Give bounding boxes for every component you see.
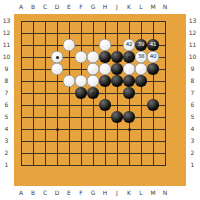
intersection-D8[interactable]: [51, 75, 63, 87]
move-number-38: 38: [138, 54, 145, 60]
intersection-D9[interactable]: [51, 63, 63, 75]
white-stone-E8: [63, 75, 74, 86]
coord-label-bottom-D: D: [51, 187, 63, 199]
intersection-L8[interactable]: [135, 75, 147, 87]
intersection-J2[interactable]: [111, 147, 123, 159]
intersection-B10[interactable]: [27, 51, 39, 63]
coord-label-top-N: N: [159, 1, 171, 13]
intersection-D7[interactable]: [51, 87, 63, 99]
intersection-L5[interactable]: [135, 111, 147, 123]
coord-label-top-J: J: [111, 1, 123, 13]
intersection-A3[interactable]: [15, 135, 27, 147]
intersection-N5[interactable]: [159, 111, 171, 123]
intersection-E12[interactable]: [63, 27, 75, 39]
intersection-N4[interactable]: [159, 123, 171, 135]
intersection-K9[interactable]: [123, 63, 135, 75]
white-stone-H11: [99, 39, 110, 50]
intersection-A11[interactable]: [15, 39, 27, 51]
intersection-B2[interactable]: [27, 147, 39, 159]
coord-label-bottom-C: C: [39, 187, 51, 199]
star-point-D4: [56, 128, 59, 131]
coord-label-left-8: 8: [0, 75, 13, 87]
intersection-E1[interactable]: [63, 159, 75, 171]
intersection-E6[interactable]: [63, 99, 75, 111]
intersection-G2[interactable]: [87, 147, 99, 159]
intersection-D3[interactable]: [51, 135, 63, 147]
intersection-G10[interactable]: [87, 51, 99, 63]
intersection-B11[interactable]: [27, 39, 39, 51]
intersection-J12[interactable]: [111, 27, 123, 39]
white-stone-K9: [123, 63, 134, 74]
intersection-N13[interactable]: [159, 15, 171, 27]
intersection-B4[interactable]: [27, 123, 39, 135]
intersection-B8[interactable]: [27, 75, 39, 87]
coord-label-bottom-N: N: [159, 187, 171, 199]
intersection-D11[interactable]: [51, 39, 63, 51]
coord-label-bottom-J: J: [111, 187, 123, 199]
coord-label-right-3: 3: [186, 135, 199, 147]
intersection-L4[interactable]: [135, 123, 147, 135]
intersection-L7[interactable]: [135, 87, 147, 99]
intersection-B12[interactable]: [27, 27, 39, 39]
intersection-G5[interactable]: [87, 111, 99, 123]
intersection-G1[interactable]: [87, 159, 99, 171]
intersection-C10[interactable]: [39, 51, 51, 63]
intersection-N9[interactable]: [159, 63, 171, 75]
intersection-E7[interactable]: [63, 87, 75, 99]
intersection-K13[interactable]: [123, 15, 135, 27]
intersection-C4[interactable]: [39, 123, 51, 135]
intersection-K12[interactable]: [123, 27, 135, 39]
intersection-K8[interactable]: [123, 75, 135, 87]
intersection-N1[interactable]: [159, 159, 171, 171]
intersection-C7[interactable]: [39, 87, 51, 99]
intersection-D2[interactable]: [51, 147, 63, 159]
coord-label-top-H: H: [99, 1, 111, 13]
intersection-G11[interactable]: [87, 39, 99, 51]
intersection-H1[interactable]: [99, 159, 111, 171]
intersection-M11[interactable]: 41: [147, 39, 159, 51]
intersection-C5[interactable]: [39, 111, 51, 123]
intersection-J4[interactable]: [111, 123, 123, 135]
intersection-K6[interactable]: [123, 99, 135, 111]
go-board: 4239413840: [14, 14, 186, 186]
intersection-A7[interactable]: [15, 87, 27, 99]
intersection-H7[interactable]: [99, 87, 111, 99]
intersection-K1[interactable]: [123, 159, 135, 171]
intersection-F7[interactable]: [75, 87, 87, 99]
intersection-F10[interactable]: [75, 51, 87, 63]
intersection-N3[interactable]: [159, 135, 171, 147]
intersection-L2[interactable]: [135, 147, 147, 159]
black-stone-J9: [111, 63, 122, 74]
intersection-M5[interactable]: [147, 111, 159, 123]
intersection-K2[interactable]: [123, 147, 135, 159]
intersection-L12[interactable]: [135, 27, 147, 39]
intersection-F13[interactable]: [75, 15, 87, 27]
white-stone-F10: [75, 51, 86, 62]
black-stone-K5: [123, 111, 134, 122]
coord-label-bottom-H: H: [99, 187, 111, 199]
intersection-N10[interactable]: [159, 51, 171, 63]
intersection-H13[interactable]: [99, 15, 111, 27]
intersection-F1[interactable]: [75, 159, 87, 171]
black-stone-M11: 41: [147, 39, 158, 50]
intersection-G12[interactable]: [87, 27, 99, 39]
intersection-H6[interactable]: [99, 99, 111, 111]
intersection-K7[interactable]: [123, 87, 135, 99]
intersection-J11[interactable]: [111, 39, 123, 51]
intersection-C11[interactable]: [39, 39, 51, 51]
coord-label-left-12: 12: [0, 27, 13, 39]
intersection-E5[interactable]: [63, 111, 75, 123]
coord-label-top-K: K: [123, 1, 135, 13]
intersection-C1[interactable]: [39, 159, 51, 171]
star-point-K4: [128, 128, 131, 131]
coord-label-top-L: L: [135, 1, 147, 13]
coord-label-right-4: 4: [186, 123, 199, 135]
intersection-J7[interactable]: [111, 87, 123, 99]
coord-label-top-D: D: [51, 1, 63, 13]
intersection-M7[interactable]: [147, 87, 159, 99]
intersection-D1[interactable]: [51, 159, 63, 171]
coord-label-left-5: 5: [0, 111, 13, 123]
intersection-A8[interactable]: [15, 75, 27, 87]
intersection-F6[interactable]: [75, 99, 87, 111]
intersection-C9[interactable]: [39, 63, 51, 75]
white-stone-H9: [99, 63, 110, 74]
intersection-E3[interactable]: [63, 135, 75, 147]
intersection-E10[interactable]: [63, 51, 75, 63]
intersection-M3[interactable]: [147, 135, 159, 147]
intersection-M4[interactable]: [147, 123, 159, 135]
intersection-E8[interactable]: [63, 75, 75, 87]
intersection-K5[interactable]: [123, 111, 135, 123]
intersection-H5[interactable]: [99, 111, 111, 123]
intersection-J13[interactable]: [111, 15, 123, 27]
coord-label-right-11: 11: [186, 39, 199, 51]
intersection-G8[interactable]: [87, 75, 99, 87]
intersection-M1[interactable]: [147, 159, 159, 171]
coord-label-right-8: 8: [186, 75, 199, 87]
black-stone-L11: 39: [135, 39, 146, 50]
move-number-39: 39: [138, 42, 145, 48]
coord-label-right-13: 13: [186, 15, 199, 27]
white-stone-G8: [87, 75, 98, 86]
intersection-N11[interactable]: [159, 39, 171, 51]
white-stone-D9: [51, 63, 62, 74]
intersection-F12[interactable]: [75, 27, 87, 39]
intersection-A1[interactable]: [15, 159, 27, 171]
white-stone-E11: [63, 39, 74, 50]
black-stone-K7: [123, 87, 134, 98]
move-number-42: 42: [126, 42, 133, 48]
intersection-N7[interactable]: [159, 87, 171, 99]
intersection-M12[interactable]: [147, 27, 159, 39]
intersection-F11[interactable]: [75, 39, 87, 51]
intersection-B9[interactable]: [27, 63, 39, 75]
intersection-J3[interactable]: [111, 135, 123, 147]
black-stone-K8: [123, 75, 134, 86]
intersection-J9[interactable]: [111, 63, 123, 75]
intersection-L11[interactable]: 39: [135, 39, 147, 51]
intersection-C8[interactable]: [39, 75, 51, 87]
intersection-N6[interactable]: [159, 99, 171, 111]
coord-label-right-1: 1: [186, 159, 199, 171]
intersection-N8[interactable]: [159, 75, 171, 87]
black-stone-H6: [99, 99, 110, 110]
coord-label-right-6: 6: [186, 99, 199, 111]
intersection-H8[interactable]: [99, 75, 111, 87]
intersection-C3[interactable]: [39, 135, 51, 147]
star-point-G7: [92, 92, 95, 95]
coord-label-left-6: 6: [0, 99, 13, 111]
intersection-L1[interactable]: [135, 159, 147, 171]
black-stone-J5: [111, 111, 122, 122]
intersection-F3[interactable]: [75, 135, 87, 147]
intersection-G3[interactable]: [87, 135, 99, 147]
intersection-M8[interactable]: [147, 75, 159, 87]
intersection-H10[interactable]: [99, 51, 111, 63]
coord-label-left-11: 11: [0, 39, 13, 51]
intersection-L13[interactable]: [135, 15, 147, 27]
intersection-J5[interactable]: [111, 111, 123, 123]
coord-label-top-G: G: [87, 1, 99, 13]
intersection-E11[interactable]: [63, 39, 75, 51]
coord-label-left-13: 13: [0, 15, 13, 27]
coord-label-bottom-E: E: [63, 187, 75, 199]
intersection-H4[interactable]: [99, 123, 111, 135]
coord-label-bottom-L: L: [135, 187, 147, 199]
intersection-G4[interactable]: [87, 123, 99, 135]
intersection-K11[interactable]: 42: [123, 39, 135, 51]
coord-label-right-7: 7: [186, 87, 199, 99]
intersection-M6[interactable]: [147, 99, 159, 111]
coord-label-right-10: 10: [186, 51, 199, 63]
coord-label-left-2: 2: [0, 147, 13, 159]
coord-label-bottom-F: F: [75, 187, 87, 199]
move-number-40: 40: [150, 54, 157, 60]
black-stone-H8: [99, 75, 110, 86]
coord-label-right-2: 2: [186, 147, 199, 159]
white-stone-F8: [75, 75, 86, 86]
intersection-M13[interactable]: [147, 15, 159, 27]
intersection-L9[interactable]: [135, 63, 147, 75]
intersection-A2[interactable]: [15, 147, 27, 159]
intersection-J10[interactable]: [111, 51, 123, 63]
intersection-M2[interactable]: [147, 147, 159, 159]
coord-label-left-1: 1: [0, 159, 13, 171]
intersection-L3[interactable]: [135, 135, 147, 147]
coord-label-bottom-K: K: [123, 187, 135, 199]
white-stone-L10: 38: [135, 51, 146, 62]
intersection-C2[interactable]: [39, 147, 51, 159]
coord-label-top-B: B: [27, 1, 39, 13]
intersection-H3[interactable]: [99, 135, 111, 147]
intersection-C6[interactable]: [39, 99, 51, 111]
intersection-J1[interactable]: [111, 159, 123, 171]
intersection-F9[interactable]: [75, 63, 87, 75]
black-stone-J10: [111, 51, 122, 62]
intersection-J6[interactable]: [111, 99, 123, 111]
intersection-A13[interactable]: [15, 15, 27, 27]
intersection-H9[interactable]: [99, 63, 111, 75]
intersection-C13[interactable]: [39, 15, 51, 27]
intersection-A12[interactable]: [15, 27, 27, 39]
intersection-M10[interactable]: 40: [147, 51, 159, 63]
intersection-E9[interactable]: [63, 63, 75, 75]
intersection-B3[interactable]: [27, 135, 39, 147]
black-stone-J8: [111, 75, 122, 86]
intersection-A10[interactable]: [15, 51, 27, 63]
intersection-K3[interactable]: [123, 135, 135, 147]
intersection-B1[interactable]: [27, 159, 39, 171]
intersection-F2[interactable]: [75, 147, 87, 159]
white-stone-M10: 40: [147, 51, 158, 62]
coord-label-left-9: 9: [0, 63, 13, 75]
intersection-H11[interactable]: [99, 39, 111, 51]
intersection-D13[interactable]: [51, 15, 63, 27]
coord-label-right-12: 12: [186, 27, 199, 39]
intersection-N2[interactable]: [159, 147, 171, 159]
coord-label-top-E: E: [63, 1, 75, 13]
intersection-E2[interactable]: [63, 147, 75, 159]
white-stone-L9: [135, 63, 146, 74]
black-stone-F7: [75, 87, 86, 98]
star-point-D10: [56, 56, 59, 59]
move-number-41: 41: [150, 42, 157, 48]
intersection-G6[interactable]: [87, 99, 99, 111]
black-stone-H10: [99, 51, 110, 62]
intersection-A6[interactable]: [15, 99, 27, 111]
intersection-A5[interactable]: [15, 111, 27, 123]
intersection-H12[interactable]: [99, 27, 111, 39]
coord-label-top-C: C: [39, 1, 51, 13]
coord-label-left-7: 7: [0, 87, 13, 99]
white-stone-G10: [87, 51, 98, 62]
intersection-B13[interactable]: [27, 15, 39, 27]
intersection-L6[interactable]: [135, 99, 147, 111]
intersection-G9[interactable]: [87, 63, 99, 75]
intersection-F8[interactable]: [75, 75, 87, 87]
coord-label-left-3: 3: [0, 135, 13, 147]
black-stone-M6: [147, 99, 158, 110]
intersection-D6[interactable]: [51, 99, 63, 111]
intersection-D12[interactable]: [51, 27, 63, 39]
coord-label-top-F: F: [75, 1, 87, 13]
coord-label-bottom-B: B: [27, 187, 39, 199]
star-point-K10: [128, 56, 131, 59]
intersection-A4[interactable]: [15, 123, 27, 135]
go-diagram: 4239413840 AABBCCDDEEFFGGHHJJKKLLMMNN131…: [0, 0, 200, 200]
black-stone-M9: [147, 63, 158, 74]
intersection-F5[interactable]: [75, 111, 87, 123]
intersection-B6[interactable]: [27, 99, 39, 111]
coord-label-left-10: 10: [0, 51, 13, 63]
intersection-C12[interactable]: [39, 27, 51, 39]
intersection-B5[interactable]: [27, 111, 39, 123]
coord-label-right-5: 5: [186, 111, 199, 123]
intersection-H2[interactable]: [99, 147, 111, 159]
intersection-M9[interactable]: [147, 63, 159, 75]
white-stone-G9: [87, 63, 98, 74]
intersection-D5[interactable]: [51, 111, 63, 123]
coord-label-bottom-M: M: [147, 187, 159, 199]
intersection-J8[interactable]: [111, 75, 123, 87]
coord-label-bottom-A: A: [15, 187, 27, 199]
intersection-F4[interactable]: [75, 123, 87, 135]
coord-label-top-A: A: [15, 1, 27, 13]
intersection-A9[interactable]: [15, 63, 27, 75]
coord-label-top-M: M: [147, 1, 159, 13]
coord-label-left-4: 4: [0, 123, 13, 135]
white-stone-K11: 42: [123, 39, 134, 50]
intersection-G13[interactable]: [87, 15, 99, 27]
coord-label-bottom-G: G: [87, 187, 99, 199]
black-stone-L8: [135, 75, 146, 86]
intersection-B7[interactable]: [27, 87, 39, 99]
intersection-L10[interactable]: 38: [135, 51, 147, 63]
coord-label-right-9: 9: [186, 63, 199, 75]
intersection-N12[interactable]: [159, 27, 171, 39]
intersection-E4[interactable]: [63, 123, 75, 135]
intersection-E13[interactable]: [63, 15, 75, 27]
